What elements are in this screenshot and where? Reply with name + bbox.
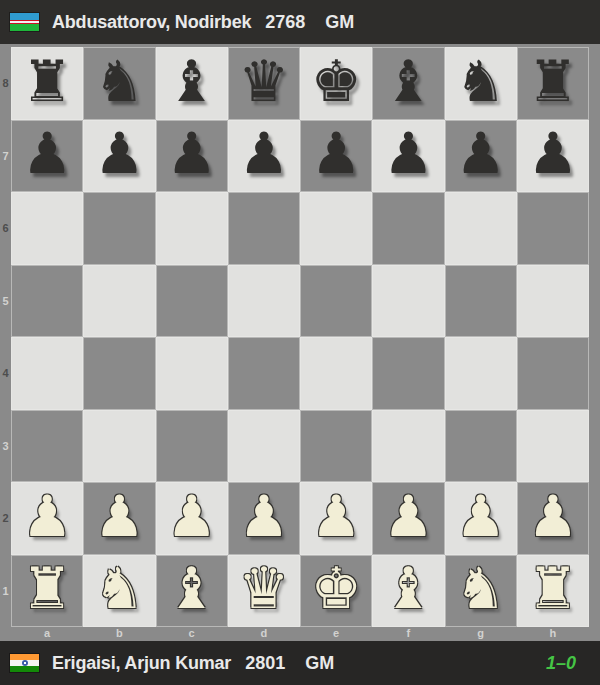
piece-white-pawn[interactable]: ♟︎ — [311, 488, 362, 545]
square-a7[interactable]: ♟︎ — [11, 120, 83, 193]
square-f6[interactable] — [372, 192, 444, 265]
piece-white-queen[interactable]: ♛︎ — [238, 560, 289, 617]
square-f5[interactable] — [372, 265, 444, 338]
piece-black-pawn[interactable]: ♟︎ — [238, 125, 289, 182]
piece-black-pawn[interactable]: ♟︎ — [455, 125, 506, 182]
piece-white-knight[interactable]: ♞︎ — [94, 560, 145, 617]
piece-black-king[interactable]: ♚︎ — [311, 53, 362, 110]
rank-label-7: 7 — [0, 120, 11, 193]
square-f4[interactable] — [372, 337, 444, 410]
piece-black-pawn[interactable]: ♟︎ — [22, 125, 73, 182]
piece-white-pawn[interactable]: ♟︎ — [94, 488, 145, 545]
square-e3[interactable] — [300, 410, 372, 483]
bottom-player-bar: Erigaisi, Arjun Kumar 2801 GM 1–0 — [0, 641, 600, 685]
square-e4[interactable] — [300, 337, 372, 410]
file-label-h: h — [517, 627, 589, 641]
piece-black-pawn[interactable]: ♟︎ — [166, 125, 217, 182]
file-label-c: c — [156, 627, 228, 641]
square-e6[interactable] — [300, 192, 372, 265]
square-b8[interactable]: ♞︎ — [83, 47, 155, 120]
square-e5[interactable] — [300, 265, 372, 338]
square-e8[interactable]: ♚︎ — [300, 47, 372, 120]
square-h3[interactable] — [517, 410, 589, 483]
piece-black-knight[interactable]: ♞︎ — [94, 53, 145, 110]
square-a4[interactable] — [11, 337, 83, 410]
rank-label-8: 8 — [0, 47, 11, 120]
square-d8[interactable]: ♛︎ — [228, 47, 300, 120]
square-b3[interactable] — [83, 410, 155, 483]
square-f2[interactable]: ♟︎ — [372, 482, 444, 555]
square-h7[interactable]: ♟︎ — [517, 120, 589, 193]
square-g7[interactable]: ♟︎ — [445, 120, 517, 193]
piece-white-rook[interactable]: ♜︎ — [527, 560, 578, 617]
square-b5[interactable] — [83, 265, 155, 338]
rank-label-2: 2 — [0, 482, 11, 555]
top-player-rating: 2768 — [265, 12, 305, 33]
piece-white-pawn[interactable]: ♟︎ — [527, 488, 578, 545]
bottom-player-name: Erigaisi, Arjun Kumar — [52, 653, 231, 674]
piece-black-pawn[interactable]: ♟︎ — [383, 125, 434, 182]
piece-white-king[interactable]: ♚︎ — [311, 560, 362, 617]
square-e2[interactable]: ♟︎ — [300, 482, 372, 555]
square-c6[interactable] — [156, 192, 228, 265]
file-label-f: f — [372, 627, 444, 641]
square-h1[interactable]: ♜︎ — [517, 555, 589, 628]
square-g2[interactable]: ♟︎ — [445, 482, 517, 555]
piece-white-bishop[interactable]: ♝︎ — [383, 560, 434, 617]
square-d3[interactable] — [228, 410, 300, 483]
square-d6[interactable] — [228, 192, 300, 265]
square-c1[interactable]: ♝︎ — [156, 555, 228, 628]
piece-black-bishop[interactable]: ♝︎ — [383, 53, 434, 110]
square-b4[interactable] — [83, 337, 155, 410]
piece-white-knight[interactable]: ♞︎ — [455, 560, 506, 617]
piece-white-pawn[interactable]: ♟︎ — [22, 488, 73, 545]
bottom-player-title: GM — [305, 653, 334, 674]
bottom-player-rating: 2801 — [245, 653, 285, 674]
square-h5[interactable] — [517, 265, 589, 338]
piece-white-bishop[interactable]: ♝︎ — [166, 560, 217, 617]
file-label-b: b — [83, 627, 155, 641]
square-d5[interactable] — [228, 265, 300, 338]
square-g1[interactable]: ♞︎ — [445, 555, 517, 628]
piece-black-rook[interactable]: ♜︎ — [527, 53, 578, 110]
file-label-e: e — [300, 627, 372, 641]
square-h4[interactable] — [517, 337, 589, 410]
square-b6[interactable] — [83, 192, 155, 265]
square-b7[interactable]: ♟︎ — [83, 120, 155, 193]
piece-black-rook[interactable]: ♜︎ — [22, 53, 73, 110]
square-d2[interactable]: ♟︎ — [228, 482, 300, 555]
rank-label-6: 6 — [0, 192, 11, 265]
square-a1[interactable]: ♜︎ — [11, 555, 83, 628]
square-g5[interactable] — [445, 265, 517, 338]
file-label-g: g — [445, 627, 517, 641]
square-c2[interactable]: ♟︎ — [156, 482, 228, 555]
square-f1[interactable]: ♝︎ — [372, 555, 444, 628]
rank-label-3: 3 — [0, 410, 11, 483]
rank-label-5: 5 — [0, 265, 11, 338]
square-c8[interactable]: ♝︎ — [156, 47, 228, 120]
square-a5[interactable] — [11, 265, 83, 338]
chess-board: 87654321♜︎♞︎♝︎♛︎♚︎♝︎♞︎♜︎♟︎♟︎♟︎♟︎♟︎♟︎♟︎♟︎… — [0, 44, 600, 641]
piece-white-pawn[interactable]: ♟︎ — [166, 488, 217, 545]
game-result: 1–0 — [546, 653, 576, 674]
square-h8[interactable]: ♜︎ — [517, 47, 589, 120]
square-g4[interactable] — [445, 337, 517, 410]
square-g3[interactable] — [445, 410, 517, 483]
square-f7[interactable]: ♟︎ — [372, 120, 444, 193]
rank-label-4: 4 — [0, 337, 11, 410]
piece-black-pawn[interactable]: ♟︎ — [527, 125, 578, 182]
square-f8[interactable]: ♝︎ — [372, 47, 444, 120]
square-h6[interactable] — [517, 192, 589, 265]
uzbekistan-flag-icon — [10, 13, 39, 31]
square-a8[interactable]: ♜︎ — [11, 47, 83, 120]
square-f3[interactable] — [372, 410, 444, 483]
rank-label-1: 1 — [0, 555, 11, 628]
square-d4[interactable] — [228, 337, 300, 410]
square-d7[interactable]: ♟︎ — [228, 120, 300, 193]
top-player-title: GM — [325, 12, 354, 33]
file-label-a: a — [11, 627, 83, 641]
square-a2[interactable]: ♟︎ — [11, 482, 83, 555]
square-b1[interactable]: ♞︎ — [83, 555, 155, 628]
square-g6[interactable] — [445, 192, 517, 265]
square-c3[interactable] — [156, 410, 228, 483]
square-g8[interactable]: ♞︎ — [445, 47, 517, 120]
square-a6[interactable] — [11, 192, 83, 265]
india-flag-icon — [10, 654, 39, 672]
file-label-d: d — [228, 627, 300, 641]
square-c5[interactable] — [156, 265, 228, 338]
piece-white-pawn[interactable]: ♟︎ — [383, 488, 434, 545]
piece-black-pawn[interactable]: ♟︎ — [94, 125, 145, 182]
top-player-bar: Abdusattorov, Nodirbek 2768 GM — [0, 0, 600, 44]
piece-white-pawn[interactable]: ♟︎ — [238, 488, 289, 545]
square-e7[interactable]: ♟︎ — [300, 120, 372, 193]
piece-black-pawn[interactable]: ♟︎ — [311, 125, 362, 182]
square-e1[interactable]: ♚︎ — [300, 555, 372, 628]
piece-black-queen[interactable]: ♛︎ — [238, 53, 289, 110]
piece-black-knight[interactable]: ♞︎ — [455, 53, 506, 110]
square-a3[interactable] — [11, 410, 83, 483]
piece-white-rook[interactable]: ♜︎ — [22, 560, 73, 617]
square-c7[interactable]: ♟︎ — [156, 120, 228, 193]
square-h2[interactable]: ♟︎ — [517, 482, 589, 555]
top-player-name: Abdusattorov, Nodirbek — [52, 12, 251, 33]
square-d1[interactable]: ♛︎ — [228, 555, 300, 628]
piece-white-pawn[interactable]: ♟︎ — [455, 488, 506, 545]
square-b2[interactable]: ♟︎ — [83, 482, 155, 555]
square-c4[interactable] — [156, 337, 228, 410]
piece-black-bishop[interactable]: ♝︎ — [166, 53, 217, 110]
